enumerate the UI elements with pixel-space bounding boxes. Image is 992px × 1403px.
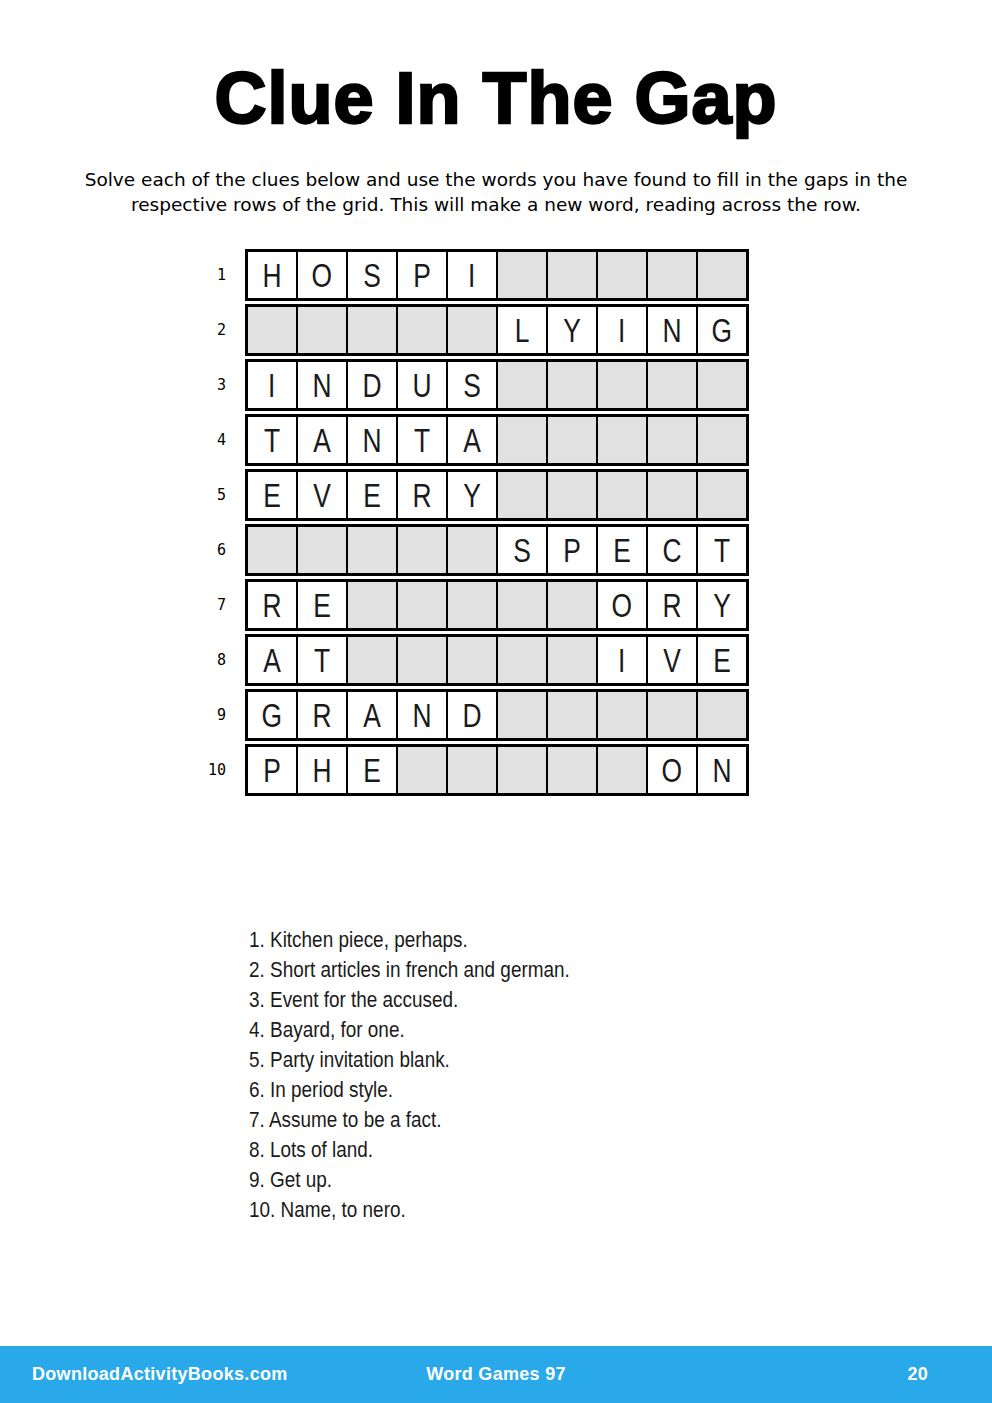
grid-cell-gap — [697, 416, 747, 464]
cell-letter: S — [513, 534, 531, 567]
grid-cell-gap — [547, 746, 597, 794]
grid-cell-letter: Y — [547, 306, 597, 354]
clue-item: 5. Party invitation blank. — [249, 1045, 570, 1075]
grid-row: 7REORY — [186, 579, 749, 631]
grid-cell-gap — [297, 526, 347, 574]
grid-cell-letter: V — [647, 636, 697, 684]
grid-cell-gap — [347, 636, 397, 684]
grid-cell-letter: E — [697, 636, 747, 684]
grid-cell-gap — [597, 251, 647, 299]
cell-letter: R — [262, 589, 281, 622]
cell-letter: E — [363, 754, 381, 787]
cell-letter: Y — [463, 479, 481, 512]
grid-cell-gap — [597, 416, 647, 464]
grid-cell-gap — [547, 361, 597, 409]
cell-letter: H — [262, 259, 281, 292]
grid-row: 1HOSPI — [186, 249, 749, 301]
grid-row-cells: GRAND — [245, 689, 749, 741]
grid-cell-letter: V — [297, 471, 347, 519]
cell-letter: P — [413, 259, 431, 292]
cell-letter: O — [612, 589, 633, 622]
grid-cell-letter: P — [247, 746, 297, 794]
grid-cell-gap — [447, 581, 497, 629]
grid-cell-letter: T — [697, 526, 747, 574]
grid-cell-letter: L — [497, 306, 547, 354]
grid-cell-gap — [447, 746, 497, 794]
clue-list: 1. Kitchen piece, perhaps.2. Short artic… — [249, 925, 622, 1225]
cell-letter: I — [268, 369, 275, 402]
clue-text: Event for the accused. — [270, 987, 458, 1012]
cell-letter: S — [363, 259, 381, 292]
grid-cell-letter: A — [247, 636, 297, 684]
footer-site-name: DownloadActivityBooks.com — [32, 1364, 288, 1385]
cell-letter: R — [412, 479, 431, 512]
grid-cell-gap — [447, 526, 497, 574]
grid-cell-letter: S — [347, 251, 397, 299]
grid-row-cells: INDUS — [245, 359, 749, 411]
grid-cell-gap — [447, 306, 497, 354]
clue-text: In period style. — [270, 1077, 393, 1102]
cell-letter: P — [263, 754, 281, 787]
cell-letter: N — [362, 424, 381, 457]
grid-cell-letter: G — [247, 691, 297, 739]
cell-letter: T — [714, 534, 730, 567]
grid-cell-gap — [597, 746, 647, 794]
clue-item: 7. Assume to be a fact. — [249, 1105, 570, 1135]
cell-letter: G — [262, 699, 283, 732]
cell-letter: E — [713, 644, 731, 677]
grid-cell-gap — [547, 581, 597, 629]
grid-cell-letter: S — [497, 526, 547, 574]
grid-cell-gap — [347, 526, 397, 574]
grid-cell-gap — [447, 636, 497, 684]
cell-letter: U — [412, 369, 431, 402]
clue-item: 10. Name, to nero. — [249, 1195, 570, 1225]
cell-letter: N — [712, 754, 731, 787]
grid-cell-letter: Y — [697, 581, 747, 629]
grid-cell-gap — [697, 471, 747, 519]
grid-row-cells: EVERY — [245, 469, 749, 521]
grid-cell-gap — [547, 471, 597, 519]
cell-letter: O — [662, 754, 683, 787]
grid-row: 4TANTA — [186, 414, 749, 466]
grid-cell-gap — [397, 746, 447, 794]
grid-cell-letter: R — [297, 691, 347, 739]
grid-cell-gap — [497, 746, 547, 794]
clue-text: Kitchen piece, perhaps. — [270, 927, 468, 952]
row-number: 3 — [186, 376, 226, 394]
grid-cell-letter: E — [597, 526, 647, 574]
grid-cell-letter: O — [597, 581, 647, 629]
cell-letter: R — [312, 699, 331, 732]
grid-cell-letter: P — [547, 526, 597, 574]
clue-number: 6. — [249, 1077, 270, 1102]
grid-cell-gap — [497, 691, 547, 739]
grid-cell-letter: G — [697, 306, 747, 354]
grid-cell-letter: Y — [447, 471, 497, 519]
grid-cell-gap — [497, 361, 547, 409]
row-number: 5 — [186, 486, 226, 504]
grid-cell-gap — [347, 306, 397, 354]
clue-text: Assume to be a fact. — [269, 1107, 441, 1132]
clue-number: 4. — [249, 1017, 270, 1042]
grid-cell-letter: E — [347, 471, 397, 519]
grid-cell-letter: C — [647, 526, 697, 574]
clue-number: 3. — [249, 987, 270, 1012]
grid-cell-gap — [547, 251, 597, 299]
cell-letter: N — [412, 699, 431, 732]
instructions-text: Solve each of the clues below and use th… — [56, 167, 936, 217]
page-title: Clue In The Gap — [0, 62, 992, 134]
grid-row-cells: TANTA — [245, 414, 749, 466]
cell-letter: A — [363, 699, 381, 732]
grid-cell-letter: T — [397, 416, 447, 464]
grid-cell-letter: N — [297, 361, 347, 409]
grid-row: 8ATIVE — [186, 634, 749, 686]
grid-row-cells: REORY — [245, 579, 749, 631]
grid-row-cells: HOSPI — [245, 249, 749, 301]
grid-cell-letter: O — [647, 746, 697, 794]
grid-cell-letter: N — [647, 306, 697, 354]
cell-letter: V — [663, 644, 681, 677]
cell-letter: N — [312, 369, 331, 402]
clue-item: 4. Bayard, for one. — [249, 1015, 570, 1045]
clue-text: Get up. — [270, 1167, 332, 1192]
cell-letter: I — [618, 314, 625, 347]
cell-letter: N — [662, 314, 681, 347]
grid-cell-letter: R — [647, 581, 697, 629]
grid-row-cells: SPECT — [245, 524, 749, 576]
grid-cell-letter: N — [347, 416, 397, 464]
grid-cell-gap — [297, 306, 347, 354]
grid-cell-gap — [697, 361, 747, 409]
cell-letter: H — [312, 754, 331, 787]
grid-cell-letter: O — [297, 251, 347, 299]
grid-cell-gap — [547, 691, 597, 739]
cell-letter: A — [463, 424, 481, 457]
grid-row: 6SPECT — [186, 524, 749, 576]
grid-cell-gap — [497, 471, 547, 519]
cell-letter: D — [462, 699, 481, 732]
clue-text: Short articles in french and german. — [270, 957, 570, 982]
clue-number: 10. — [249, 1197, 281, 1222]
clue-item: 2. Short articles in french and german. — [249, 955, 570, 985]
grid-row: 5EVERY — [186, 469, 749, 521]
cell-letter: E — [613, 534, 631, 567]
cell-letter: T — [314, 644, 330, 677]
grid-row-cells: ATIVE — [245, 634, 749, 686]
cell-letter: D — [362, 369, 381, 402]
grid-cell-gap — [647, 471, 697, 519]
grid-row: 3INDUS — [186, 359, 749, 411]
grid-cell-letter: I — [447, 251, 497, 299]
clue-number: 5. — [249, 1047, 270, 1072]
grid-cell-letter: E — [247, 471, 297, 519]
clue-text: Bayard, for one. — [270, 1017, 405, 1042]
grid-cell-gap — [647, 416, 697, 464]
grid-row: 2LYING — [186, 304, 749, 356]
grid-cell-gap — [397, 581, 447, 629]
cell-letter: S — [463, 369, 481, 402]
grid-cell-letter: R — [397, 471, 447, 519]
row-number: 7 — [186, 596, 226, 614]
grid-cell-letter: N — [697, 746, 747, 794]
grid-cell-letter: I — [247, 361, 297, 409]
grid-cell-letter: R — [247, 581, 297, 629]
clue-item: 3. Event for the accused. — [249, 985, 570, 1015]
puzzle-grid: 1HOSPI2LYING3INDUS4TANTA5EVERY6SPECT7REO… — [0, 249, 749, 799]
cell-letter: G — [712, 314, 733, 347]
clue-item: 9. Get up. — [249, 1165, 570, 1195]
grid-cell-gap — [697, 251, 747, 299]
clue-item: 1. Kitchen piece, perhaps. — [249, 925, 570, 955]
cell-letter: L — [515, 314, 530, 347]
cell-letter: I — [618, 644, 625, 677]
grid-cell-gap — [597, 471, 647, 519]
grid-cell-letter: I — [597, 306, 647, 354]
grid-cell-letter: H — [247, 251, 297, 299]
clue-number: 7. — [249, 1107, 269, 1132]
cell-letter: A — [313, 424, 331, 457]
cell-letter: Y — [713, 589, 731, 622]
grid-row: 9GRAND — [186, 689, 749, 741]
grid-cell-letter: H — [297, 746, 347, 794]
grid-cell-letter: U — [397, 361, 447, 409]
row-number: 2 — [186, 321, 226, 339]
clue-number: 8. — [249, 1137, 270, 1162]
cell-letter: C — [662, 534, 681, 567]
grid-cell-gap — [347, 581, 397, 629]
row-number: 1 — [186, 266, 226, 284]
grid-cell-letter: E — [297, 581, 347, 629]
grid-cell-gap — [547, 416, 597, 464]
cell-letter: R — [662, 589, 681, 622]
grid-cell-gap — [247, 306, 297, 354]
row-number: 8 — [186, 651, 226, 669]
grid-cell-gap — [647, 691, 697, 739]
cell-letter: E — [263, 479, 281, 512]
footer-bar: DownloadActivityBooks.com Word Games 97 … — [0, 1346, 992, 1403]
grid-cell-letter: A — [447, 416, 497, 464]
cell-letter: A — [263, 644, 281, 677]
clue-item: 6. In period style. — [249, 1075, 570, 1105]
clue-number: 9. — [249, 1167, 270, 1192]
grid-cell-gap — [697, 691, 747, 739]
grid-cell-letter: I — [597, 636, 647, 684]
footer-book-title: Word Games 97 — [426, 1364, 566, 1385]
cell-letter: I — [468, 259, 475, 292]
cell-letter: V — [313, 479, 331, 512]
row-number: 6 — [186, 541, 226, 559]
grid-cell-letter: N — [397, 691, 447, 739]
grid-cell-gap — [497, 416, 547, 464]
cell-letter: T — [264, 424, 280, 457]
footer-page-number: 20 — [907, 1364, 928, 1385]
grid-cell-letter: T — [297, 636, 347, 684]
grid-cell-letter: A — [297, 416, 347, 464]
clue-text: Party invitation blank. — [270, 1047, 450, 1072]
cell-letter: E — [363, 479, 381, 512]
worksheet-page: Clue In The Gap Solve each of the clues … — [0, 0, 992, 1403]
grid-cell-gap — [397, 636, 447, 684]
row-number: 10 — [186, 761, 226, 779]
grid-cell-gap — [597, 361, 647, 409]
grid-cell-gap — [397, 526, 447, 574]
clue-text: Lots of land. — [270, 1137, 373, 1162]
clue-number: 1. — [249, 927, 270, 952]
grid-cell-letter: D — [447, 691, 497, 739]
clue-number: 2. — [249, 957, 270, 982]
clue-item: 8. Lots of land. — [249, 1135, 570, 1165]
grid-cell-letter: E — [347, 746, 397, 794]
clue-text: Name, to nero. — [281, 1197, 406, 1222]
grid-cell-gap — [647, 361, 697, 409]
grid-cell-letter: P — [397, 251, 447, 299]
grid-cell-gap — [497, 581, 547, 629]
grid-cell-gap — [397, 306, 447, 354]
cell-letter: P — [563, 534, 581, 567]
grid-cell-letter: S — [447, 361, 497, 409]
cell-letter: E — [313, 589, 331, 622]
grid-cell-gap — [597, 691, 647, 739]
cell-letter: O — [312, 259, 333, 292]
grid-cell-gap — [647, 251, 697, 299]
cell-letter: T — [414, 424, 430, 457]
grid-row-cells: PHEON — [245, 744, 749, 796]
grid-row: 10PHEON — [186, 744, 749, 796]
grid-cell-gap — [497, 636, 547, 684]
grid-cell-gap — [247, 526, 297, 574]
cell-letter: Y — [563, 314, 581, 347]
grid-row-cells: LYING — [245, 304, 749, 356]
row-number: 4 — [186, 431, 226, 449]
grid-cell-gap — [547, 636, 597, 684]
row-number: 9 — [186, 706, 226, 724]
grid-cell-letter: T — [247, 416, 297, 464]
grid-cell-gap — [497, 251, 547, 299]
grid-cell-letter: D — [347, 361, 397, 409]
grid-cell-letter: A — [347, 691, 397, 739]
